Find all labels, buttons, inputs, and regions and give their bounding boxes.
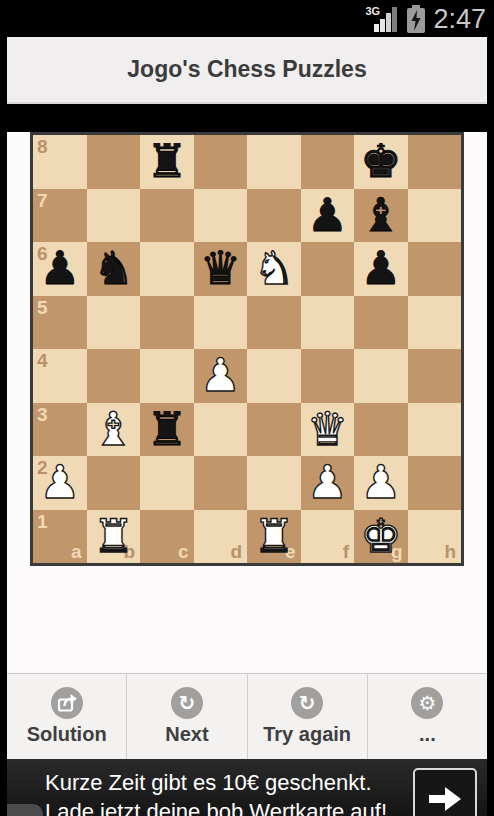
square-f5[interactable] xyxy=(301,296,355,350)
file-label-f: f xyxy=(343,541,349,563)
next-button[interactable]: ↻ Next xyxy=(126,674,246,759)
square-e8[interactable] xyxy=(247,135,301,189)
share-icon xyxy=(51,687,83,719)
square-d2[interactable] xyxy=(194,456,248,510)
clock: 2:47 xyxy=(433,4,486,34)
square-e7[interactable] xyxy=(247,189,301,243)
square-a4[interactable]: 4 xyxy=(33,349,87,403)
file-label-c: c xyxy=(178,541,189,563)
page-title: Jogo's Chess Puzzles xyxy=(127,56,366,83)
piece-black-pawn[interactable]: ♟ xyxy=(301,189,355,243)
square-h2[interactable] xyxy=(408,456,462,510)
ad-text: Kurze Zeit gibt es 10€ geschenkt. Lade j… xyxy=(45,768,407,816)
piece-white-queen[interactable]: ♛ xyxy=(301,403,355,457)
piece-black-king[interactable]: ♚ xyxy=(354,135,408,189)
battery-charging-icon xyxy=(406,4,426,34)
try-again-button[interactable]: ↻ Try again xyxy=(247,674,367,759)
square-e1[interactable]: e♜ xyxy=(247,510,301,564)
square-b4[interactable] xyxy=(87,349,141,403)
square-a2[interactable]: 2♟ xyxy=(33,456,87,510)
piece-white-pawn[interactable]: ♟ xyxy=(194,349,248,403)
square-d7[interactable] xyxy=(194,189,248,243)
square-f2[interactable]: ♟ xyxy=(301,456,355,510)
square-g4[interactable] xyxy=(354,349,408,403)
square-h6[interactable] xyxy=(408,242,462,296)
rank-label-8: 8 xyxy=(37,136,48,158)
puzzle-area: 8♜♚7♟♝6♟♞♛♞♟54♟3♝♜♛2♟♟♟1ab♜cde♜fg♚h xyxy=(7,132,487,673)
square-f8[interactable] xyxy=(301,135,355,189)
gear-icon: ⚙ xyxy=(411,687,443,719)
more-options-button[interactable]: ⚙ ... xyxy=(367,674,487,759)
square-h4[interactable] xyxy=(408,349,462,403)
rank-label-4: 4 xyxy=(37,350,48,372)
try-again-button-label: Try again xyxy=(263,723,351,746)
square-a8[interactable]: 8 xyxy=(33,135,87,189)
square-b7[interactable] xyxy=(87,189,141,243)
square-f4[interactable] xyxy=(301,349,355,403)
solution-button[interactable]: Solution xyxy=(7,674,126,759)
square-f1[interactable]: f xyxy=(301,510,355,564)
rank-label-3: 3 xyxy=(37,404,48,426)
chess-board[interactable]: 8♜♚7♟♝6♟♞♛♞♟54♟3♝♜♛2♟♟♟1ab♜cde♜fg♚h xyxy=(30,132,464,566)
title-bar: Jogo's Chess Puzzles xyxy=(7,37,487,104)
square-d1[interactable]: d xyxy=(194,510,248,564)
square-f7[interactable]: ♟ xyxy=(301,189,355,243)
piece-white-pawn[interactable]: ♟ xyxy=(33,456,87,510)
square-c1[interactable]: c xyxy=(140,510,194,564)
square-b2[interactable] xyxy=(87,456,141,510)
rank-label-1: 1 xyxy=(37,511,48,533)
file-label-a: a xyxy=(71,541,82,563)
piece-black-pawn[interactable]: ♟ xyxy=(33,242,87,296)
piece-white-rook[interactable]: ♜ xyxy=(247,510,301,564)
square-c2[interactable] xyxy=(140,456,194,510)
ad-arrow-button[interactable] xyxy=(413,768,477,816)
square-a5[interactable]: 5 xyxy=(33,296,87,350)
status-bar: 3G 2:47 xyxy=(0,0,494,37)
square-h5[interactable] xyxy=(408,296,462,350)
piece-black-bishop[interactable]: ♝ xyxy=(354,189,408,243)
square-g3[interactable] xyxy=(354,403,408,457)
square-d5[interactable] xyxy=(194,296,248,350)
arrow-right-icon xyxy=(428,786,462,812)
signal-icon: 3G xyxy=(365,4,399,34)
file-label-d: d xyxy=(230,541,242,563)
square-c6[interactable] xyxy=(140,242,194,296)
square-g5[interactable] xyxy=(354,296,408,350)
square-a6[interactable]: 6♟ xyxy=(33,242,87,296)
piece-white-rook[interactable]: ♜ xyxy=(87,510,141,564)
piece-white-pawn[interactable]: ♟ xyxy=(301,456,355,510)
rank-label-7: 7 xyxy=(37,190,48,212)
square-h1[interactable]: h xyxy=(408,510,462,564)
piece-black-rook[interactable]: ♜ xyxy=(140,403,194,457)
square-f6[interactable] xyxy=(301,242,355,296)
next-button-label: Next xyxy=(165,723,208,746)
piece-black-rook[interactable]: ♜ xyxy=(140,135,194,189)
square-a7[interactable]: 7 xyxy=(33,189,87,243)
square-c4[interactable] xyxy=(140,349,194,403)
app-screen: 3G 2:47 Jogo's Chess Puzzles 8♜♚7♟♝6♟♞♛♞… xyxy=(0,0,494,816)
square-d3[interactable] xyxy=(194,403,248,457)
square-b3[interactable]: ♝ xyxy=(87,403,141,457)
square-b6[interactable]: ♞ xyxy=(87,242,141,296)
square-g8[interactable]: ♚ xyxy=(354,135,408,189)
square-d4[interactable]: ♟ xyxy=(194,349,248,403)
file-label-h: h xyxy=(444,541,456,563)
ad-collapse-button[interactable] xyxy=(7,804,43,816)
piece-white-knight[interactable]: ♞ xyxy=(247,242,301,296)
square-d8[interactable] xyxy=(194,135,248,189)
piece-white-king[interactable]: ♚ xyxy=(354,510,408,564)
square-c8[interactable]: ♜ xyxy=(140,135,194,189)
piece-black-queen[interactable]: ♛ xyxy=(194,242,248,296)
square-b5[interactable] xyxy=(87,296,141,350)
square-a1[interactable]: 1a xyxy=(33,510,87,564)
more-options-label: ... xyxy=(419,723,436,746)
square-e4[interactable] xyxy=(247,349,301,403)
square-c3[interactable]: ♜ xyxy=(140,403,194,457)
solution-button-label: Solution xyxy=(27,723,107,746)
square-e6[interactable]: ♞ xyxy=(247,242,301,296)
square-e5[interactable] xyxy=(247,296,301,350)
square-h8[interactable] xyxy=(408,135,462,189)
piece-white-bishop[interactable]: ♝ xyxy=(87,403,141,457)
ad-banner[interactable]: Kurze Zeit gibt es 10€ geschenkt. Lade j… xyxy=(0,759,494,816)
square-g6[interactable]: ♟ xyxy=(354,242,408,296)
square-e2[interactable] xyxy=(247,456,301,510)
piece-white-pawn[interactable]: ♟ xyxy=(354,456,408,510)
square-a3[interactable]: 3 xyxy=(33,403,87,457)
square-g1[interactable]: g♚ xyxy=(354,510,408,564)
square-g2[interactable]: ♟ xyxy=(354,456,408,510)
square-f3[interactable]: ♛ xyxy=(301,403,355,457)
square-c5[interactable] xyxy=(140,296,194,350)
piece-black-knight[interactable]: ♞ xyxy=(87,242,141,296)
reload-icon: ↻ xyxy=(171,687,203,719)
piece-black-pawn[interactable]: ♟ xyxy=(354,242,408,296)
rank-label-5: 5 xyxy=(37,297,48,319)
square-c7[interactable] xyxy=(140,189,194,243)
square-e3[interactable] xyxy=(247,403,301,457)
square-b1[interactable]: b♜ xyxy=(87,510,141,564)
square-g7[interactable]: ♝ xyxy=(354,189,408,243)
square-h3[interactable] xyxy=(408,403,462,457)
square-b8[interactable] xyxy=(87,135,141,189)
square-h7[interactable] xyxy=(408,189,462,243)
reload-icon: ↻ xyxy=(291,687,323,719)
square-d6[interactable]: ♛ xyxy=(194,242,248,296)
bottom-toolbar: Solution ↻ Next ↻ Try again ⚙ ... xyxy=(7,673,487,759)
